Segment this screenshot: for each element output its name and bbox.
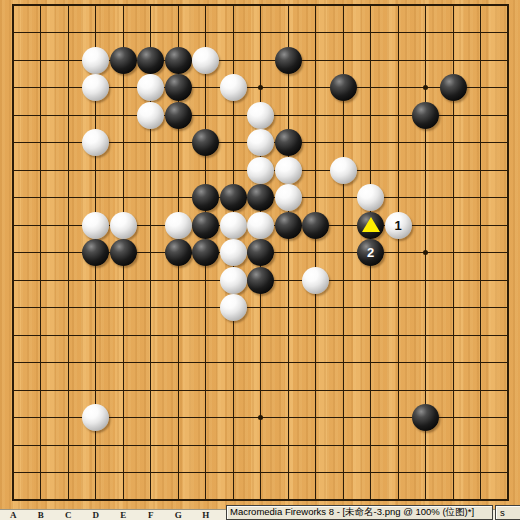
board-intersection — [247, 239, 275, 267]
white-stone — [137, 102, 164, 129]
board-intersection — [82, 376, 110, 404]
black-stone — [165, 239, 192, 266]
board-intersection — [274, 321, 302, 349]
board-intersection — [164, 404, 192, 432]
black-stone — [440, 74, 467, 101]
board-intersection — [384, 129, 412, 157]
board-intersection — [27, 349, 55, 377]
board-intersection — [384, 156, 412, 184]
board-intersection — [109, 349, 137, 377]
board-intersection — [329, 239, 357, 267]
board-intersection — [247, 101, 275, 129]
board-intersection — [192, 321, 220, 349]
coordinate-label: G — [171, 510, 185, 520]
board-intersection — [27, 294, 55, 322]
white-stone — [82, 404, 109, 431]
board-intersection — [494, 349, 520, 377]
board-intersection — [82, 74, 110, 102]
board-intersection — [467, 431, 495, 459]
board-intersection — [494, 0, 520, 19]
board-intersection — [27, 156, 55, 184]
board-intersection — [247, 404, 275, 432]
board-intersection — [412, 74, 440, 102]
board-intersection — [357, 184, 385, 212]
board-intersection — [192, 239, 220, 267]
board-intersection — [247, 46, 275, 74]
board-intersection — [357, 459, 385, 487]
board-intersection — [467, 404, 495, 432]
board-intersection — [82, 184, 110, 212]
white-stone — [275, 184, 302, 211]
board-intersection — [219, 431, 247, 459]
black-stone — [165, 74, 192, 101]
board-intersection — [467, 349, 495, 377]
board-intersection — [219, 46, 247, 74]
board-intersection — [302, 376, 330, 404]
white-stone — [137, 74, 164, 101]
board-intersection — [357, 129, 385, 157]
board-intersection — [219, 294, 247, 322]
board-intersection — [467, 184, 495, 212]
board-intersection — [164, 184, 192, 212]
board-intersection — [137, 46, 165, 74]
board-intersection — [329, 156, 357, 184]
black-stone — [192, 184, 219, 211]
board-intersection — [82, 431, 110, 459]
board-intersection — [82, 349, 110, 377]
black-stone — [275, 212, 302, 239]
white-stone — [247, 157, 274, 184]
board-intersection — [219, 376, 247, 404]
board-intersection — [192, 101, 220, 129]
board-intersection — [412, 404, 440, 432]
board-intersection — [164, 101, 192, 129]
board-intersection — [192, 74, 220, 102]
board-intersection — [54, 156, 82, 184]
board-intersection — [137, 459, 165, 487]
board-intersection: 2 — [357, 239, 385, 267]
board-intersection — [219, 0, 247, 19]
board-intersection — [0, 349, 27, 377]
board-intersection — [109, 0, 137, 19]
board-intersection — [412, 184, 440, 212]
board-intersection — [137, 349, 165, 377]
board-intersection — [27, 19, 55, 47]
white-stone — [330, 157, 357, 184]
board-intersection — [494, 74, 520, 102]
board-intersection — [357, 294, 385, 322]
board-intersection — [164, 211, 192, 239]
board-intersection — [192, 0, 220, 19]
board-intersection — [384, 321, 412, 349]
coordinate-label: H — [199, 510, 213, 520]
board-intersection — [357, 376, 385, 404]
black-stone — [357, 212, 384, 239]
board-intersection — [439, 431, 467, 459]
board-intersection — [82, 459, 110, 487]
board-intersection — [274, 19, 302, 47]
board-intersection — [54, 349, 82, 377]
board-intersection — [247, 74, 275, 102]
board-intersection — [412, 321, 440, 349]
board-intersection — [329, 266, 357, 294]
board-intersection — [247, 19, 275, 47]
board-intersection — [357, 0, 385, 19]
board-intersection — [219, 156, 247, 184]
board-intersection — [467, 266, 495, 294]
coordinate-label: D — [89, 510, 103, 520]
taskbar-overflow-button[interactable]: s — [495, 505, 520, 520]
taskbar-window-button[interactable]: Macromedia Fireworks 8 - [未命名-3.png @ 10… — [226, 505, 493, 520]
board-intersection — [54, 184, 82, 212]
window-title: Macromedia Fireworks 8 - [未命名-3.png @ 10… — [230, 506, 474, 519]
board-intersection — [384, 46, 412, 74]
board-intersection — [219, 239, 247, 267]
board-intersection — [274, 74, 302, 102]
board-intersection — [0, 376, 27, 404]
board-intersection — [219, 349, 247, 377]
board-intersection — [164, 129, 192, 157]
board-intersection — [54, 74, 82, 102]
white-stone — [220, 74, 247, 101]
board-intersection — [494, 239, 520, 267]
board-intersection — [82, 101, 110, 129]
black-stone — [192, 239, 219, 266]
board-intersection — [219, 211, 247, 239]
board-intersection — [0, 266, 27, 294]
board-intersection — [412, 431, 440, 459]
board-intersection — [467, 459, 495, 487]
white-stone — [275, 157, 302, 184]
board-intersection — [357, 74, 385, 102]
board-intersection — [137, 404, 165, 432]
board-intersection — [109, 459, 137, 487]
board-intersection — [0, 46, 27, 74]
black-stone — [247, 239, 274, 266]
overflow-button-label: s — [500, 507, 505, 518]
board-intersection — [247, 0, 275, 19]
board-intersection — [27, 404, 55, 432]
board-intersection — [357, 404, 385, 432]
board-intersection — [54, 239, 82, 267]
board-intersection — [192, 431, 220, 459]
coordinate-label: E — [116, 510, 130, 520]
board-intersection — [219, 129, 247, 157]
board-intersection — [302, 459, 330, 487]
board-intersection — [329, 294, 357, 322]
board-intersection — [0, 459, 27, 487]
board-intersection — [384, 101, 412, 129]
white-stone — [220, 212, 247, 239]
board-intersection — [247, 156, 275, 184]
board-intersection — [27, 239, 55, 267]
black-stone — [192, 129, 219, 156]
triangle-marker — [362, 217, 380, 232]
board-intersection — [412, 46, 440, 74]
white-stone — [110, 212, 137, 239]
board-intersection — [494, 46, 520, 74]
board-intersection — [109, 431, 137, 459]
board-intersection — [82, 0, 110, 19]
black-stone — [247, 267, 274, 294]
board-intersection — [302, 19, 330, 47]
board-intersection — [329, 211, 357, 239]
board-intersection — [82, 404, 110, 432]
board-intersection — [439, 129, 467, 157]
board-intersection — [302, 74, 330, 102]
board-intersection — [302, 321, 330, 349]
board-intersection — [274, 211, 302, 239]
board-intersection — [109, 184, 137, 212]
white-stone — [165, 212, 192, 239]
board-intersection — [137, 239, 165, 267]
white-stone — [247, 129, 274, 156]
board-intersection — [412, 0, 440, 19]
board-intersection — [302, 431, 330, 459]
board-intersection — [164, 239, 192, 267]
board-intersection — [164, 294, 192, 322]
board-intersection — [192, 211, 220, 239]
board-intersection — [27, 46, 55, 74]
board-intersection — [384, 431, 412, 459]
black-stone — [302, 212, 329, 239]
board-intersection — [274, 156, 302, 184]
board-intersection — [274, 266, 302, 294]
board-intersection — [439, 101, 467, 129]
board-intersection — [329, 459, 357, 487]
board-intersection — [329, 184, 357, 212]
board-intersection — [247, 459, 275, 487]
black-stone — [275, 47, 302, 74]
board-intersection — [494, 184, 520, 212]
board-intersection — [274, 129, 302, 157]
board-intersection — [302, 46, 330, 74]
board-intersection — [357, 321, 385, 349]
stone-grid: 12 — [0, 0, 520, 514]
board-intersection — [164, 74, 192, 102]
board-intersection — [357, 266, 385, 294]
black-stone — [110, 47, 137, 74]
coordinate-label: C — [61, 510, 75, 520]
board-intersection — [274, 349, 302, 377]
board-intersection — [0, 129, 27, 157]
board-intersection — [302, 211, 330, 239]
board-intersection — [412, 376, 440, 404]
board-intersection — [109, 404, 137, 432]
board-intersection — [109, 239, 137, 267]
board-intersection — [439, 321, 467, 349]
board-intersection — [329, 46, 357, 74]
board-intersection — [219, 459, 247, 487]
board-intersection — [0, 101, 27, 129]
board-intersection — [54, 376, 82, 404]
board-intersection — [164, 0, 192, 19]
white-stone: 1 — [385, 212, 412, 239]
board-intersection — [219, 184, 247, 212]
board-intersection — [412, 19, 440, 47]
white-stone — [192, 47, 219, 74]
move-number-label: 1 — [395, 219, 402, 232]
board-intersection — [412, 459, 440, 487]
board-intersection — [384, 349, 412, 377]
board-intersection — [54, 19, 82, 47]
board-intersection — [54, 211, 82, 239]
board-intersection — [329, 19, 357, 47]
board-intersection — [219, 74, 247, 102]
board-intersection — [302, 184, 330, 212]
board-intersection — [467, 376, 495, 404]
board-intersection — [357, 101, 385, 129]
white-stone — [220, 294, 247, 321]
board-intersection — [27, 376, 55, 404]
board-intersection — [82, 321, 110, 349]
board-intersection — [384, 459, 412, 487]
board-intersection — [27, 74, 55, 102]
coordinate-label: A — [6, 510, 20, 520]
board-intersection — [412, 239, 440, 267]
board-intersection — [137, 156, 165, 184]
board-intersection — [302, 0, 330, 19]
board-intersection — [494, 101, 520, 129]
board-intersection — [219, 101, 247, 129]
board-intersection — [467, 129, 495, 157]
black-stone — [165, 47, 192, 74]
board-intersection — [357, 46, 385, 74]
board-intersection — [0, 184, 27, 212]
board-intersection — [192, 156, 220, 184]
board-intersection — [494, 321, 520, 349]
board-intersection — [109, 321, 137, 349]
board-intersection — [274, 46, 302, 74]
board-intersection — [0, 239, 27, 267]
board-intersection — [329, 404, 357, 432]
board-intersection — [247, 211, 275, 239]
board-intersection — [247, 266, 275, 294]
board-intersection — [82, 239, 110, 267]
board-intersection — [54, 431, 82, 459]
board-intersection — [137, 129, 165, 157]
board-intersection — [27, 459, 55, 487]
board-intersection — [164, 321, 192, 349]
board-intersection — [439, 0, 467, 19]
board-intersection — [0, 404, 27, 432]
black-stone — [165, 102, 192, 129]
board-intersection — [357, 211, 385, 239]
board-intersection — [164, 46, 192, 74]
board-intersection — [192, 294, 220, 322]
board-intersection — [329, 74, 357, 102]
board-intersection — [137, 19, 165, 47]
board-intersection — [494, 266, 520, 294]
board-intersection — [82, 46, 110, 74]
white-stone — [302, 267, 329, 294]
board-intersection — [192, 46, 220, 74]
board-intersection — [302, 129, 330, 157]
board-intersection — [109, 294, 137, 322]
board-intersection — [109, 46, 137, 74]
board-intersection — [27, 184, 55, 212]
board-intersection — [0, 294, 27, 322]
board-intersection — [192, 349, 220, 377]
board-intersection — [137, 211, 165, 239]
board-intersection — [247, 129, 275, 157]
board-intersection — [302, 239, 330, 267]
board-intersection — [192, 404, 220, 432]
board-intersection — [494, 294, 520, 322]
board-intersection — [494, 431, 520, 459]
board-intersection — [247, 349, 275, 377]
board-intersection — [164, 19, 192, 47]
board-intersection — [274, 431, 302, 459]
white-stone — [247, 212, 274, 239]
black-stone — [275, 129, 302, 156]
board-intersection — [192, 129, 220, 157]
board-intersection — [82, 156, 110, 184]
white-stone — [220, 239, 247, 266]
board-intersection — [27, 321, 55, 349]
board-intersection — [384, 74, 412, 102]
board-intersection — [384, 266, 412, 294]
board-intersection — [109, 19, 137, 47]
go-board[interactable]: 12 — [0, 0, 520, 520]
board-intersection — [494, 129, 520, 157]
board-intersection — [109, 129, 137, 157]
board-intersection — [412, 129, 440, 157]
board-intersection — [439, 239, 467, 267]
board-intersection — [164, 431, 192, 459]
board-intersection — [439, 266, 467, 294]
board-intersection — [357, 19, 385, 47]
board-intersection — [164, 349, 192, 377]
board-intersection — [329, 321, 357, 349]
board-intersection — [27, 211, 55, 239]
board-intersection — [467, 321, 495, 349]
board-intersection — [412, 101, 440, 129]
board-intersection — [0, 19, 27, 47]
white-stone — [82, 74, 109, 101]
board-intersection — [302, 156, 330, 184]
board-intersection — [274, 184, 302, 212]
board-intersection — [494, 376, 520, 404]
white-stone — [82, 47, 109, 74]
board-intersection — [302, 349, 330, 377]
board-intersection — [494, 459, 520, 487]
board-intersection — [384, 0, 412, 19]
black-stone — [247, 184, 274, 211]
board-intersection — [54, 321, 82, 349]
board-intersection — [412, 266, 440, 294]
black-stone — [220, 184, 247, 211]
black-stone — [330, 74, 357, 101]
white-stone — [357, 184, 384, 211]
board-intersection — [467, 294, 495, 322]
board-intersection — [384, 239, 412, 267]
board-intersection — [82, 129, 110, 157]
board-intersection — [329, 376, 357, 404]
board-intersection — [467, 46, 495, 74]
board-intersection — [247, 184, 275, 212]
white-stone — [220, 267, 247, 294]
board-intersection — [27, 101, 55, 129]
board-intersection — [164, 156, 192, 184]
board-intersection — [384, 184, 412, 212]
board-intersection: 1 — [384, 211, 412, 239]
board-intersection — [192, 266, 220, 294]
board-intersection — [137, 266, 165, 294]
board-intersection — [274, 0, 302, 19]
board-intersection — [137, 376, 165, 404]
board-intersection — [164, 376, 192, 404]
